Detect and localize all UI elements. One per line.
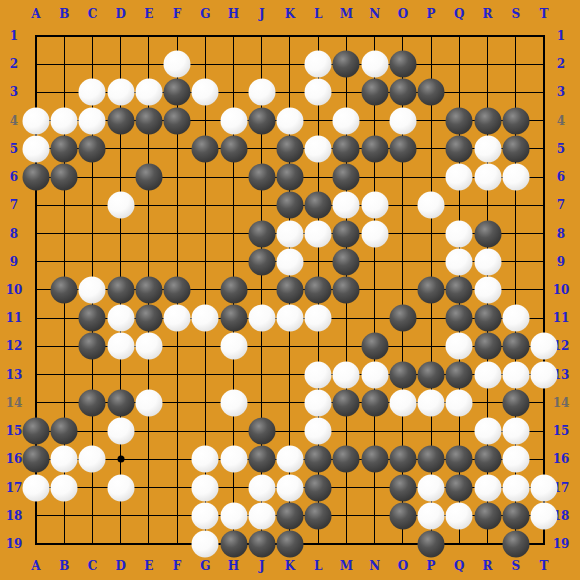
- cell-P17[interactable]: [417, 473, 445, 501]
- cell-K1[interactable]: [276, 22, 304, 50]
- cell-M5[interactable]: [332, 135, 360, 163]
- cell-K14[interactable]: [276, 389, 304, 417]
- cell-L18[interactable]: [304, 502, 332, 530]
- cell-A10[interactable]: [22, 276, 50, 304]
- cell-E7[interactable]: [135, 191, 163, 219]
- cell-G4[interactable]: [191, 107, 219, 135]
- cell-R18[interactable]: [473, 502, 501, 530]
- cell-Q13[interactable]: [445, 361, 473, 389]
- cell-K8[interactable]: [276, 219, 304, 247]
- cell-N15[interactable]: [361, 417, 389, 445]
- cell-M10[interactable]: [332, 276, 360, 304]
- cell-E12[interactable]: [135, 332, 163, 360]
- cell-C14[interactable]: [78, 389, 106, 417]
- cell-L13[interactable]: [304, 361, 332, 389]
- cell-O11[interactable]: [389, 304, 417, 332]
- cell-P11[interactable]: [417, 304, 445, 332]
- cell-A13[interactable]: [22, 361, 50, 389]
- cell-F6[interactable]: [163, 163, 191, 191]
- cell-Q3[interactable]: [445, 78, 473, 106]
- cell-N17[interactable]: [361, 473, 389, 501]
- cell-M6[interactable]: [332, 163, 360, 191]
- cell-P6[interactable]: [417, 163, 445, 191]
- cell-P3[interactable]: [417, 78, 445, 106]
- cell-A15[interactable]: [22, 417, 50, 445]
- cell-O6[interactable]: [389, 163, 417, 191]
- cell-Q8[interactable]: [445, 219, 473, 247]
- cell-H19[interactable]: [219, 530, 247, 558]
- cell-S7[interactable]: [502, 191, 530, 219]
- cell-P13[interactable]: [417, 361, 445, 389]
- cell-F10[interactable]: [163, 276, 191, 304]
- cell-A14[interactable]: [22, 389, 50, 417]
- cell-C19[interactable]: [78, 530, 106, 558]
- cell-A18[interactable]: [22, 502, 50, 530]
- cell-N3[interactable]: [361, 78, 389, 106]
- cell-C5[interactable]: [78, 135, 106, 163]
- cell-T7[interactable]: [530, 191, 558, 219]
- cell-R15[interactable]: [473, 417, 501, 445]
- cell-T12[interactable]: [530, 332, 558, 360]
- cell-R5[interactable]: [473, 135, 501, 163]
- cell-S19[interactable]: [502, 530, 530, 558]
- cell-G13[interactable]: [191, 361, 219, 389]
- cell-S11[interactable]: [502, 304, 530, 332]
- cell-E10[interactable]: [135, 276, 163, 304]
- cell-N11[interactable]: [361, 304, 389, 332]
- cell-G2[interactable]: [191, 50, 219, 78]
- cell-J5[interactable]: [248, 135, 276, 163]
- cell-H9[interactable]: [219, 248, 247, 276]
- cell-A17[interactable]: [22, 473, 50, 501]
- cell-T4[interactable]: [530, 107, 558, 135]
- cell-E17[interactable]: [135, 473, 163, 501]
- cell-T1[interactable]: [530, 22, 558, 50]
- cell-B13[interactable]: [50, 361, 78, 389]
- cell-T6[interactable]: [530, 163, 558, 191]
- cell-N1[interactable]: [361, 22, 389, 50]
- cell-J1[interactable]: [248, 22, 276, 50]
- cell-A12[interactable]: [22, 332, 50, 360]
- cell-F12[interactable]: [163, 332, 191, 360]
- cell-R1[interactable]: [473, 22, 501, 50]
- cell-M8[interactable]: [332, 219, 360, 247]
- cell-B18[interactable]: [50, 502, 78, 530]
- cell-F13[interactable]: [163, 361, 191, 389]
- cell-O12[interactable]: [389, 332, 417, 360]
- cell-J3[interactable]: [248, 78, 276, 106]
- cell-E16[interactable]: [135, 445, 163, 473]
- cell-E4[interactable]: [135, 107, 163, 135]
- cell-T13[interactable]: [530, 361, 558, 389]
- cell-H5[interactable]: [219, 135, 247, 163]
- cell-H17[interactable]: [219, 473, 247, 501]
- cell-R8[interactable]: [473, 219, 501, 247]
- cell-O4[interactable]: [389, 107, 417, 135]
- cell-O3[interactable]: [389, 78, 417, 106]
- cell-P4[interactable]: [417, 107, 445, 135]
- cell-P19[interactable]: [417, 530, 445, 558]
- cell-Q9[interactable]: [445, 248, 473, 276]
- cell-B5[interactable]: [50, 135, 78, 163]
- cell-G8[interactable]: [191, 219, 219, 247]
- cell-T15[interactable]: [530, 417, 558, 445]
- cell-Q10[interactable]: [445, 276, 473, 304]
- cell-P8[interactable]: [417, 219, 445, 247]
- cell-P7[interactable]: [417, 191, 445, 219]
- cell-K2[interactable]: [276, 50, 304, 78]
- cell-K19[interactable]: [276, 530, 304, 558]
- cell-Q18[interactable]: [445, 502, 473, 530]
- cell-R9[interactable]: [473, 248, 501, 276]
- cell-J16[interactable]: [248, 445, 276, 473]
- cell-P16[interactable]: [417, 445, 445, 473]
- cell-C17[interactable]: [78, 473, 106, 501]
- cell-M2[interactable]: [332, 50, 360, 78]
- cell-S8[interactable]: [502, 219, 530, 247]
- cell-H13[interactable]: [219, 361, 247, 389]
- cell-B2[interactable]: [50, 50, 78, 78]
- cell-G12[interactable]: [191, 332, 219, 360]
- cell-L19[interactable]: [304, 530, 332, 558]
- cell-T11[interactable]: [530, 304, 558, 332]
- cell-S17[interactable]: [502, 473, 530, 501]
- cell-A1[interactable]: [22, 22, 50, 50]
- cell-C11[interactable]: [78, 304, 106, 332]
- cell-M3[interactable]: [332, 78, 360, 106]
- cell-J15[interactable]: [248, 417, 276, 445]
- cell-A5[interactable]: [22, 135, 50, 163]
- cell-L12[interactable]: [304, 332, 332, 360]
- cell-K6[interactable]: [276, 163, 304, 191]
- cell-S2[interactable]: [502, 50, 530, 78]
- cell-R17[interactable]: [473, 473, 501, 501]
- cell-B1[interactable]: [50, 22, 78, 50]
- cell-T17[interactable]: [530, 473, 558, 501]
- cell-B12[interactable]: [50, 332, 78, 360]
- cell-B6[interactable]: [50, 163, 78, 191]
- cell-F17[interactable]: [163, 473, 191, 501]
- cell-L9[interactable]: [304, 248, 332, 276]
- cell-C2[interactable]: [78, 50, 106, 78]
- cell-A16[interactable]: [22, 445, 50, 473]
- cell-R16[interactable]: [473, 445, 501, 473]
- cell-G10[interactable]: [191, 276, 219, 304]
- cell-L8[interactable]: [304, 219, 332, 247]
- cell-P10[interactable]: [417, 276, 445, 304]
- cell-O19[interactable]: [389, 530, 417, 558]
- cell-Q7[interactable]: [445, 191, 473, 219]
- cell-L11[interactable]: [304, 304, 332, 332]
- cell-E18[interactable]: [135, 502, 163, 530]
- cell-M19[interactable]: [332, 530, 360, 558]
- cell-D14[interactable]: [107, 389, 135, 417]
- cell-G16[interactable]: [191, 445, 219, 473]
- cell-M9[interactable]: [332, 248, 360, 276]
- cell-M11[interactable]: [332, 304, 360, 332]
- cell-R12[interactable]: [473, 332, 501, 360]
- cell-Q5[interactable]: [445, 135, 473, 163]
- cell-J2[interactable]: [248, 50, 276, 78]
- cell-D15[interactable]: [107, 417, 135, 445]
- cell-R10[interactable]: [473, 276, 501, 304]
- cell-E9[interactable]: [135, 248, 163, 276]
- cell-C7[interactable]: [78, 191, 106, 219]
- cell-H7[interactable]: [219, 191, 247, 219]
- cell-S18[interactable]: [502, 502, 530, 530]
- cell-R2[interactable]: [473, 50, 501, 78]
- cell-B19[interactable]: [50, 530, 78, 558]
- cell-J10[interactable]: [248, 276, 276, 304]
- cell-D7[interactable]: [107, 191, 135, 219]
- cell-N9[interactable]: [361, 248, 389, 276]
- cell-E1[interactable]: [135, 22, 163, 50]
- cell-K11[interactable]: [276, 304, 304, 332]
- cell-C12[interactable]: [78, 332, 106, 360]
- cell-T8[interactable]: [530, 219, 558, 247]
- cell-C4[interactable]: [78, 107, 106, 135]
- cell-P12[interactable]: [417, 332, 445, 360]
- cell-S4[interactable]: [502, 107, 530, 135]
- cell-O17[interactable]: [389, 473, 417, 501]
- cell-P15[interactable]: [417, 417, 445, 445]
- cell-C10[interactable]: [78, 276, 106, 304]
- cell-O18[interactable]: [389, 502, 417, 530]
- cell-L3[interactable]: [304, 78, 332, 106]
- cell-S6[interactable]: [502, 163, 530, 191]
- cell-D17[interactable]: [107, 473, 135, 501]
- cell-J13[interactable]: [248, 361, 276, 389]
- cell-K3[interactable]: [276, 78, 304, 106]
- cell-E14[interactable]: [135, 389, 163, 417]
- cell-L4[interactable]: [304, 107, 332, 135]
- cell-Q4[interactable]: [445, 107, 473, 135]
- cell-S1[interactable]: [502, 22, 530, 50]
- cell-L15[interactable]: [304, 417, 332, 445]
- cell-O9[interactable]: [389, 248, 417, 276]
- cell-F11[interactable]: [163, 304, 191, 332]
- cell-N5[interactable]: [361, 135, 389, 163]
- cell-B17[interactable]: [50, 473, 78, 501]
- cell-T19[interactable]: [530, 530, 558, 558]
- cell-M15[interactable]: [332, 417, 360, 445]
- cell-E2[interactable]: [135, 50, 163, 78]
- cell-G18[interactable]: [191, 502, 219, 530]
- cell-R11[interactable]: [473, 304, 501, 332]
- cell-K16[interactable]: [276, 445, 304, 473]
- cell-F19[interactable]: [163, 530, 191, 558]
- cell-S12[interactable]: [502, 332, 530, 360]
- cell-H11[interactable]: [219, 304, 247, 332]
- cell-D10[interactable]: [107, 276, 135, 304]
- cell-D16[interactable]: [107, 445, 135, 473]
- cell-H16[interactable]: [219, 445, 247, 473]
- cell-K7[interactable]: [276, 191, 304, 219]
- cell-C15[interactable]: [78, 417, 106, 445]
- cell-E19[interactable]: [135, 530, 163, 558]
- cell-T18[interactable]: [530, 502, 558, 530]
- cell-C18[interactable]: [78, 502, 106, 530]
- cell-F8[interactable]: [163, 219, 191, 247]
- cell-M4[interactable]: [332, 107, 360, 135]
- cell-E13[interactable]: [135, 361, 163, 389]
- cell-Q6[interactable]: [445, 163, 473, 191]
- cell-Q2[interactable]: [445, 50, 473, 78]
- cell-M14[interactable]: [332, 389, 360, 417]
- cell-R14[interactable]: [473, 389, 501, 417]
- cell-A2[interactable]: [22, 50, 50, 78]
- cell-D6[interactable]: [107, 163, 135, 191]
- cell-S5[interactable]: [502, 135, 530, 163]
- cell-G5[interactable]: [191, 135, 219, 163]
- cell-N4[interactable]: [361, 107, 389, 135]
- cell-S15[interactable]: [502, 417, 530, 445]
- cell-J14[interactable]: [248, 389, 276, 417]
- cell-L7[interactable]: [304, 191, 332, 219]
- cell-D18[interactable]: [107, 502, 135, 530]
- cell-O5[interactable]: [389, 135, 417, 163]
- cell-J12[interactable]: [248, 332, 276, 360]
- cell-L14[interactable]: [304, 389, 332, 417]
- cell-R7[interactable]: [473, 191, 501, 219]
- cell-O2[interactable]: [389, 50, 417, 78]
- cell-R3[interactable]: [473, 78, 501, 106]
- cell-B9[interactable]: [50, 248, 78, 276]
- cell-F14[interactable]: [163, 389, 191, 417]
- cell-C1[interactable]: [78, 22, 106, 50]
- cell-O13[interactable]: [389, 361, 417, 389]
- cell-P5[interactable]: [417, 135, 445, 163]
- cell-A6[interactable]: [22, 163, 50, 191]
- cell-T10[interactable]: [530, 276, 558, 304]
- cell-H10[interactable]: [219, 276, 247, 304]
- cell-H15[interactable]: [219, 417, 247, 445]
- cell-F3[interactable]: [163, 78, 191, 106]
- cell-C13[interactable]: [78, 361, 106, 389]
- cell-F5[interactable]: [163, 135, 191, 163]
- cell-C6[interactable]: [78, 163, 106, 191]
- cell-L1[interactable]: [304, 22, 332, 50]
- cell-C16[interactable]: [78, 445, 106, 473]
- cell-K17[interactable]: [276, 473, 304, 501]
- cell-M16[interactable]: [332, 445, 360, 473]
- cell-R19[interactable]: [473, 530, 501, 558]
- cell-N13[interactable]: [361, 361, 389, 389]
- cell-N7[interactable]: [361, 191, 389, 219]
- cell-D19[interactable]: [107, 530, 135, 558]
- cell-B15[interactable]: [50, 417, 78, 445]
- cell-P9[interactable]: [417, 248, 445, 276]
- cell-T16[interactable]: [530, 445, 558, 473]
- cell-B4[interactable]: [50, 107, 78, 135]
- cell-L16[interactable]: [304, 445, 332, 473]
- cell-Q19[interactable]: [445, 530, 473, 558]
- cell-E3[interactable]: [135, 78, 163, 106]
- cell-N18[interactable]: [361, 502, 389, 530]
- cell-D8[interactable]: [107, 219, 135, 247]
- cell-G1[interactable]: [191, 22, 219, 50]
- cell-N12[interactable]: [361, 332, 389, 360]
- cell-H6[interactable]: [219, 163, 247, 191]
- cell-S16[interactable]: [502, 445, 530, 473]
- cell-F15[interactable]: [163, 417, 191, 445]
- cell-H1[interactable]: [219, 22, 247, 50]
- cell-Q1[interactable]: [445, 22, 473, 50]
- cell-O10[interactable]: [389, 276, 417, 304]
- cell-F2[interactable]: [163, 50, 191, 78]
- cell-E15[interactable]: [135, 417, 163, 445]
- cell-A19[interactable]: [22, 530, 50, 558]
- cell-T3[interactable]: [530, 78, 558, 106]
- cell-G6[interactable]: [191, 163, 219, 191]
- cell-A4[interactable]: [22, 107, 50, 135]
- cell-A3[interactable]: [22, 78, 50, 106]
- cell-J19[interactable]: [248, 530, 276, 558]
- cell-G7[interactable]: [191, 191, 219, 219]
- cell-D13[interactable]: [107, 361, 135, 389]
- cell-S9[interactable]: [502, 248, 530, 276]
- cell-M12[interactable]: [332, 332, 360, 360]
- cell-E6[interactable]: [135, 163, 163, 191]
- cell-H14[interactable]: [219, 389, 247, 417]
- cell-L2[interactable]: [304, 50, 332, 78]
- cell-P1[interactable]: [417, 22, 445, 50]
- cell-B16[interactable]: [50, 445, 78, 473]
- cell-N14[interactable]: [361, 389, 389, 417]
- cell-F16[interactable]: [163, 445, 191, 473]
- cell-L6[interactable]: [304, 163, 332, 191]
- cell-D4[interactable]: [107, 107, 135, 135]
- cell-R4[interactable]: [473, 107, 501, 135]
- cell-P2[interactable]: [417, 50, 445, 78]
- cell-N10[interactable]: [361, 276, 389, 304]
- cell-T9[interactable]: [530, 248, 558, 276]
- cell-L5[interactable]: [304, 135, 332, 163]
- cell-Q15[interactable]: [445, 417, 473, 445]
- cell-D2[interactable]: [107, 50, 135, 78]
- cell-N16[interactable]: [361, 445, 389, 473]
- cell-M18[interactable]: [332, 502, 360, 530]
- cell-N19[interactable]: [361, 530, 389, 558]
- cell-K12[interactable]: [276, 332, 304, 360]
- cell-N6[interactable]: [361, 163, 389, 191]
- cell-F1[interactable]: [163, 22, 191, 50]
- cell-T14[interactable]: [530, 389, 558, 417]
- cell-Q11[interactable]: [445, 304, 473, 332]
- cell-D12[interactable]: [107, 332, 135, 360]
- cell-J9[interactable]: [248, 248, 276, 276]
- cell-D3[interactable]: [107, 78, 135, 106]
- cell-G11[interactable]: [191, 304, 219, 332]
- cell-S14[interactable]: [502, 389, 530, 417]
- cell-J7[interactable]: [248, 191, 276, 219]
- cell-N8[interactable]: [361, 219, 389, 247]
- cell-T5[interactable]: [530, 135, 558, 163]
- cell-O16[interactable]: [389, 445, 417, 473]
- cell-S3[interactable]: [502, 78, 530, 106]
- cell-O1[interactable]: [389, 22, 417, 50]
- cell-S10[interactable]: [502, 276, 530, 304]
- cell-A8[interactable]: [22, 219, 50, 247]
- cell-E5[interactable]: [135, 135, 163, 163]
- cell-G17[interactable]: [191, 473, 219, 501]
- cell-T2[interactable]: [530, 50, 558, 78]
- cell-P14[interactable]: [417, 389, 445, 417]
- cell-G14[interactable]: [191, 389, 219, 417]
- cell-K5[interactable]: [276, 135, 304, 163]
- cell-M7[interactable]: [332, 191, 360, 219]
- cell-O15[interactable]: [389, 417, 417, 445]
